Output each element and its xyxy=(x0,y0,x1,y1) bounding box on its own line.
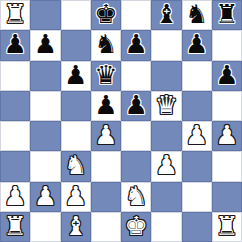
square-b7[interactable]: ♟ xyxy=(30,30,60,60)
square-d7[interactable]: ♞ xyxy=(91,30,121,60)
square-c3[interactable]: ♞ xyxy=(61,151,91,181)
square-b5[interactable] xyxy=(30,91,60,121)
square-b6[interactable] xyxy=(30,61,60,91)
square-a4[interactable] xyxy=(0,121,30,151)
piece-white-rook[interactable]: ♜ xyxy=(215,213,238,239)
square-f2[interactable] xyxy=(151,182,181,212)
square-f3[interactable]: ♟ xyxy=(151,151,181,181)
square-e1[interactable]: ♚ xyxy=(121,212,151,242)
piece-black-queen[interactable]: ♛ xyxy=(94,62,117,88)
square-f6[interactable] xyxy=(151,61,181,91)
square-f1[interactable] xyxy=(151,212,181,242)
piece-white-rook[interactable]: ♜ xyxy=(3,1,26,27)
square-h2[interactable] xyxy=(212,182,242,212)
square-g1[interactable] xyxy=(182,212,212,242)
square-a1[interactable]: ♜ xyxy=(0,212,30,242)
piece-black-bishop[interactable]: ♝ xyxy=(155,1,178,27)
square-g8[interactable]: ♞ xyxy=(182,0,212,30)
piece-black-pawn[interactable]: ♟ xyxy=(124,92,147,118)
square-a2[interactable]: ♟ xyxy=(0,182,30,212)
square-c8[interactable] xyxy=(61,0,91,30)
square-b3[interactable] xyxy=(30,151,60,181)
piece-white-knight[interactable]: ♞ xyxy=(64,152,87,178)
square-c7[interactable] xyxy=(61,30,91,60)
square-f8[interactable]: ♝ xyxy=(151,0,181,30)
square-d5[interactable]: ♟ xyxy=(91,91,121,121)
square-d2[interactable] xyxy=(91,182,121,212)
piece-black-pawn[interactable]: ♟ xyxy=(215,62,238,88)
square-g5[interactable] xyxy=(182,91,212,121)
square-d4[interactable]: ♟ xyxy=(91,121,121,151)
piece-white-queen[interactable]: ♛ xyxy=(155,92,178,118)
piece-black-pawn[interactable]: ♟ xyxy=(124,31,147,57)
square-h7[interactable] xyxy=(212,30,242,60)
square-h5[interactable] xyxy=(212,91,242,121)
square-d3[interactable] xyxy=(91,151,121,181)
piece-white-knight[interactable]: ♞ xyxy=(124,183,147,209)
piece-white-bishop[interactable]: ♝ xyxy=(64,213,87,239)
square-c1[interactable]: ♝ xyxy=(61,212,91,242)
square-e4[interactable] xyxy=(121,121,151,151)
chess-board: ♜♚♝♞♜♟♟♞♟♟♟♛♟♟♟♛♟♟♟♞♟♟♟♟♞♜♝♚♜ xyxy=(0,0,242,242)
square-a3[interactable] xyxy=(0,151,30,181)
square-e2[interactable]: ♞ xyxy=(121,182,151,212)
square-c6[interactable]: ♟ xyxy=(61,61,91,91)
square-e8[interactable] xyxy=(121,0,151,30)
square-g3[interactable] xyxy=(182,151,212,181)
piece-black-rook[interactable]: ♜ xyxy=(215,1,238,27)
piece-white-king[interactable]: ♚ xyxy=(124,213,147,239)
piece-black-knight[interactable]: ♞ xyxy=(94,31,117,57)
square-f4[interactable] xyxy=(151,121,181,151)
piece-black-king[interactable]: ♚ xyxy=(94,1,117,27)
square-a6[interactable] xyxy=(0,61,30,91)
square-g4[interactable]: ♟ xyxy=(182,121,212,151)
piece-black-pawn[interactable]: ♟ xyxy=(34,31,57,57)
piece-white-pawn[interactable]: ♟ xyxy=(64,183,87,209)
square-h3[interactable] xyxy=(212,151,242,181)
square-h4[interactable]: ♟ xyxy=(212,121,242,151)
square-b1[interactable] xyxy=(30,212,60,242)
square-b4[interactable] xyxy=(30,121,60,151)
piece-white-pawn[interactable]: ♟ xyxy=(215,122,238,148)
piece-white-pawn[interactable]: ♟ xyxy=(185,122,208,148)
square-b2[interactable]: ♟ xyxy=(30,182,60,212)
square-a8[interactable]: ♜ xyxy=(0,0,30,30)
square-c5[interactable] xyxy=(61,91,91,121)
square-b8[interactable] xyxy=(30,0,60,30)
piece-white-pawn[interactable]: ♟ xyxy=(34,183,57,209)
square-e6[interactable] xyxy=(121,61,151,91)
square-h6[interactable]: ♟ xyxy=(212,61,242,91)
square-d1[interactable] xyxy=(91,212,121,242)
square-g2[interactable] xyxy=(182,182,212,212)
piece-white-pawn[interactable]: ♟ xyxy=(94,122,117,148)
piece-white-rook[interactable]: ♜ xyxy=(3,213,26,239)
piece-black-pawn[interactable]: ♟ xyxy=(3,31,26,57)
square-a7[interactable]: ♟ xyxy=(0,30,30,60)
piece-black-pawn[interactable]: ♟ xyxy=(64,62,87,88)
square-e5[interactable]: ♟ xyxy=(121,91,151,121)
piece-black-pawn[interactable]: ♟ xyxy=(94,92,117,118)
square-a5[interactable] xyxy=(0,91,30,121)
square-h1[interactable]: ♜ xyxy=(212,212,242,242)
square-c2[interactable]: ♟ xyxy=(61,182,91,212)
square-f7[interactable] xyxy=(151,30,181,60)
square-h8[interactable]: ♜ xyxy=(212,0,242,30)
square-e3[interactable] xyxy=(121,151,151,181)
piece-white-pawn[interactable]: ♟ xyxy=(155,152,178,178)
square-e7[interactable]: ♟ xyxy=(121,30,151,60)
square-c4[interactable] xyxy=(61,121,91,151)
square-f5[interactable]: ♛ xyxy=(151,91,181,121)
piece-black-knight[interactable]: ♞ xyxy=(185,1,208,27)
piece-white-pawn[interactable]: ♟ xyxy=(3,183,26,209)
square-g6[interactable] xyxy=(182,61,212,91)
square-g7[interactable]: ♟ xyxy=(182,30,212,60)
square-d8[interactable]: ♚ xyxy=(91,0,121,30)
square-d6[interactable]: ♛ xyxy=(91,61,121,91)
piece-black-pawn[interactable]: ♟ xyxy=(185,31,208,57)
